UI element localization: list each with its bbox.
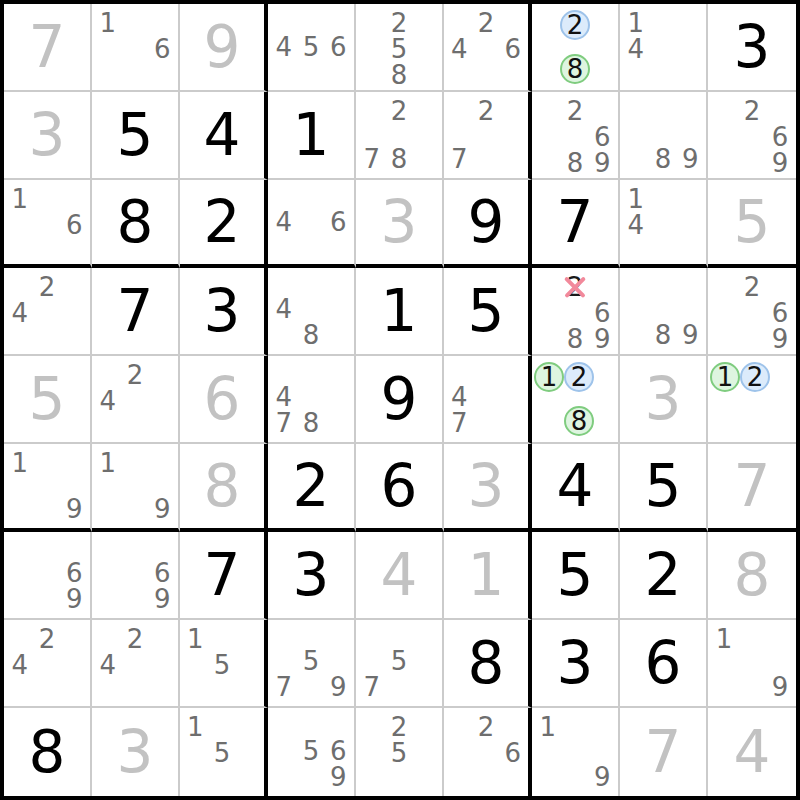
candidate-5[interactable]: 5 bbox=[391, 648, 408, 674]
candidate-1-circled-green[interactable]: 1 bbox=[534, 362, 564, 392]
cell-r3c6[interactable]: 9 bbox=[444, 180, 532, 268]
candidate-2-circled-blue[interactable]: 2 bbox=[740, 362, 770, 392]
candidate-slot-9: 9 bbox=[677, 322, 704, 348]
cell-r7c5[interactable]: 4 bbox=[356, 532, 444, 620]
cell-r3c8[interactable]: 14 bbox=[620, 180, 708, 268]
cell-r5c6[interactable]: 47 bbox=[444, 356, 532, 444]
candidate-1-circled-green[interactable]: 1 bbox=[710, 362, 740, 392]
candidate-slot-9 bbox=[677, 238, 704, 258]
candidate-9[interactable]: 9 bbox=[66, 586, 83, 612]
cell-r9c3[interactable]: 15 bbox=[180, 708, 268, 796]
candidate-slot-5 bbox=[738, 300, 766, 326]
candidate-slot-8: 8 bbox=[297, 322, 324, 348]
candidate-slot-8 bbox=[121, 678, 148, 700]
cell-r7c8[interactable]: 2 bbox=[620, 532, 708, 620]
candidate-4[interactable]: 4 bbox=[99, 652, 116, 678]
cell-r3c2[interactable]: 8 bbox=[92, 180, 180, 268]
candidate-6[interactable]: 6 bbox=[594, 124, 611, 150]
candidate-2[interactable]: 2 bbox=[391, 98, 408, 124]
candidate-4[interactable]: 4 bbox=[99, 388, 116, 414]
candidate-1[interactable]: 1 bbox=[99, 450, 116, 476]
candidate-1[interactable]: 1 bbox=[716, 626, 733, 652]
candidate-6[interactable]: 6 bbox=[504, 36, 521, 62]
cell-r4c6[interactable]: 5 bbox=[444, 268, 532, 356]
candidate-slot-3 bbox=[325, 274, 352, 296]
cell-r1c6[interactable]: 246 bbox=[444, 4, 532, 92]
candidate-slot-9: 9 bbox=[766, 150, 794, 176]
solved-digit: 7 bbox=[4, 4, 90, 90]
candidate-2-circled-blue[interactable]: 2 bbox=[560, 10, 590, 40]
cell-r6c7[interactable]: 4 bbox=[532, 444, 620, 532]
candidate-8-circled-green[interactable]: 8 bbox=[564, 406, 594, 436]
cell-r8c6[interactable]: 8 bbox=[444, 620, 532, 708]
cell-r7c2[interactable]: 69 bbox=[92, 532, 180, 620]
cell-r9c2[interactable]: 3 bbox=[92, 708, 180, 796]
candidate-slot-3 bbox=[413, 10, 440, 36]
candidate-slot-8 bbox=[121, 414, 148, 436]
candidate-slot-2 bbox=[297, 626, 324, 648]
candidate-slot-5 bbox=[561, 124, 588, 150]
candidate-slot-2 bbox=[33, 538, 60, 560]
candidate-slot-7: 7 bbox=[446, 410, 473, 436]
candidate-slot-5 bbox=[564, 392, 594, 406]
candidate-2[interactable]: 2 bbox=[478, 98, 495, 124]
candidate-2[interactable]: 2 bbox=[567, 98, 584, 124]
candidate-4[interactable]: 4 bbox=[275, 296, 292, 322]
candidate-slot-7 bbox=[94, 414, 121, 436]
candidate-grid: 26 bbox=[446, 714, 526, 790]
candidate-slot-8 bbox=[33, 586, 60, 612]
candidate-slot-3 bbox=[677, 10, 704, 36]
cell-r5c5[interactable]: 9 bbox=[356, 356, 444, 444]
candidate-slot-3 bbox=[149, 10, 176, 36]
given-digit: 3 bbox=[708, 4, 796, 90]
candidate-4[interactable]: 4 bbox=[627, 212, 644, 238]
candidate-slot-4: 4 bbox=[622, 36, 649, 62]
cell-r5c2[interactable]: 24 bbox=[92, 356, 180, 444]
cell-r9c8[interactable]: 7 bbox=[620, 708, 708, 796]
candidate-4[interactable]: 4 bbox=[11, 300, 28, 326]
candidate-slot-7 bbox=[270, 60, 297, 84]
candidate-slot-7 bbox=[710, 326, 738, 352]
candidate-slot-2: 2 bbox=[385, 98, 412, 124]
candidate-9[interactable]: 9 bbox=[772, 674, 789, 700]
candidate-5[interactable]: 5 bbox=[391, 740, 408, 766]
candidate-4[interactable]: 4 bbox=[275, 384, 292, 410]
cell-r2c9[interactable]: 269 bbox=[708, 92, 796, 180]
candidate-7[interactable]: 7 bbox=[451, 410, 468, 436]
candidate-7[interactable]: 7 bbox=[275, 674, 292, 700]
candidate-slot-5 bbox=[740, 392, 770, 414]
cell-r5c8[interactable]: 3 bbox=[620, 356, 708, 444]
candidate-9[interactable]: 9 bbox=[66, 496, 83, 522]
candidate-8[interactable]: 8 bbox=[391, 62, 408, 88]
candidate-slot-3 bbox=[589, 714, 616, 740]
candidate-2[interactable]: 2 bbox=[744, 274, 761, 300]
candidate-slot-7 bbox=[358, 62, 385, 88]
cell-r1c1[interactable]: 7 bbox=[4, 4, 92, 92]
solved-digit: 6 bbox=[180, 356, 264, 442]
candidate-slot-4 bbox=[94, 476, 121, 496]
candidate-slot-6 bbox=[677, 122, 704, 146]
candidate-slot-9: 9 bbox=[589, 150, 616, 176]
cell-r5c9[interactable]: 12 bbox=[708, 356, 796, 444]
candidate-slot-4: 4 bbox=[94, 652, 121, 678]
candidate-2-eliminated-x[interactable]: 2 bbox=[567, 274, 584, 300]
candidate-slot-1: 1 bbox=[182, 626, 209, 652]
cell-r4c1[interactable]: 24 bbox=[4, 268, 92, 356]
candidate-slot-9 bbox=[590, 54, 616, 84]
cell-r9c5[interactable]: 25 bbox=[356, 708, 444, 796]
candidate-slot-1: 1 bbox=[94, 10, 121, 36]
candidate-2[interactable]: 2 bbox=[391, 10, 408, 36]
candidate-grid: 12 bbox=[710, 362, 794, 436]
candidate-2[interactable]: 2 bbox=[39, 626, 56, 652]
candidate-4[interactable]: 4 bbox=[627, 36, 644, 62]
cell-r9c4[interactable]: 569 bbox=[268, 708, 356, 796]
solved-digit: 1 bbox=[444, 532, 528, 618]
candidate-slot-2 bbox=[33, 186, 60, 212]
candidate-slot-4 bbox=[710, 392, 740, 414]
candidate-slot-1: 1 bbox=[6, 186, 33, 212]
cell-r4c5[interactable]: 1 bbox=[356, 268, 444, 356]
candidate-grid: 69 bbox=[94, 538, 176, 612]
candidate-1[interactable]: 1 bbox=[99, 10, 116, 36]
candidate-slot-8 bbox=[649, 62, 676, 84]
candidate-slot-3 bbox=[677, 186, 704, 212]
candidate-4[interactable]: 4 bbox=[11, 652, 28, 678]
candidate-slot-5 bbox=[560, 40, 590, 54]
candidate-8[interactable]: 8 bbox=[655, 146, 672, 172]
candidate-slot-2 bbox=[649, 98, 676, 122]
candidate-slot-5: 5 bbox=[297, 34, 324, 60]
candidate-2[interactable]: 2 bbox=[127, 626, 144, 652]
candidate-slot-2: 2 bbox=[385, 714, 412, 740]
candidate-6[interactable]: 6 bbox=[594, 300, 611, 326]
candidate-slot-2: 2 bbox=[561, 98, 588, 124]
cell-r7c7[interactable]: 5 bbox=[532, 532, 620, 620]
cell-r9c7[interactable]: 19 bbox=[532, 708, 620, 796]
candidate-8-circled-green[interactable]: 8 bbox=[560, 54, 590, 84]
candidate-slot-9 bbox=[61, 238, 88, 258]
candidate-2[interactable]: 2 bbox=[39, 274, 56, 300]
candidate-slot-1 bbox=[94, 362, 121, 388]
candidate-9[interactable]: 9 bbox=[154, 496, 171, 522]
candidate-6[interactable]: 6 bbox=[66, 560, 83, 586]
cell-r5c7[interactable]: 128 bbox=[532, 356, 620, 444]
candidate-slot-5: 5 bbox=[385, 36, 412, 62]
candidate-7[interactable]: 7 bbox=[275, 410, 292, 436]
candidate-4[interactable]: 4 bbox=[275, 34, 292, 60]
candidate-9[interactable]: 9 bbox=[594, 326, 611, 352]
candidate-grid: 579 bbox=[270, 626, 352, 700]
candidate-6[interactable]: 6 bbox=[330, 738, 347, 764]
cell-r2c2[interactable]: 5 bbox=[92, 92, 180, 180]
cell-r8c8[interactable]: 6 bbox=[620, 620, 708, 708]
candidate-slot-8 bbox=[561, 764, 588, 790]
candidate-slot-3 bbox=[766, 274, 794, 300]
cell-r8c9[interactable]: 19 bbox=[708, 620, 796, 708]
candidate-1[interactable]: 1 bbox=[187, 714, 204, 740]
candidate-6[interactable]: 6 bbox=[772, 124, 789, 150]
candidate-8[interactable]: 8 bbox=[655, 322, 672, 348]
candidate-slot-9 bbox=[325, 410, 352, 436]
candidate-4[interactable]: 4 bbox=[275, 209, 292, 235]
cell-r3c3[interactable]: 2 bbox=[180, 180, 268, 268]
candidate-slot-3 bbox=[413, 626, 440, 648]
candidate-slot-6 bbox=[235, 652, 262, 678]
candidate-slot-9 bbox=[499, 62, 526, 84]
cell-r4c9[interactable]: 269 bbox=[708, 268, 796, 356]
candidate-9[interactable]: 9 bbox=[682, 322, 699, 348]
candidate-1[interactable]: 1 bbox=[187, 626, 204, 652]
candidate-8[interactable]: 8 bbox=[391, 146, 408, 172]
cell-r5c4[interactable]: 478 bbox=[268, 356, 356, 444]
candidate-slot-6: 6 bbox=[499, 36, 526, 62]
candidate-slot-4: 4 bbox=[6, 300, 33, 326]
cell-r2c7[interactable]: 2689 bbox=[532, 92, 620, 180]
given-digit: 2 bbox=[620, 532, 706, 618]
candidate-slot-7 bbox=[6, 678, 33, 700]
candidate-7[interactable]: 7 bbox=[363, 146, 380, 172]
candidate-slot-5 bbox=[649, 212, 676, 238]
candidate-slot-5 bbox=[121, 388, 148, 414]
candidate-9[interactable]: 9 bbox=[154, 586, 171, 612]
cell-r7c9[interactable]: 8 bbox=[708, 532, 796, 620]
cell-r8c4[interactable]: 579 bbox=[268, 620, 356, 708]
cell-r2c8[interactable]: 89 bbox=[620, 92, 708, 180]
given-digit: 8 bbox=[444, 620, 528, 706]
cell-r6c9[interactable]: 7 bbox=[708, 444, 796, 532]
candidate-5[interactable]: 5 bbox=[391, 36, 408, 62]
candidate-slot-7 bbox=[358, 766, 385, 790]
candidate-slot-4 bbox=[534, 124, 561, 150]
candidate-1[interactable]: 1 bbox=[627, 186, 644, 212]
candidate-slot-7 bbox=[710, 674, 738, 700]
candidate-slot-3 bbox=[325, 626, 352, 648]
candidate-1[interactable]: 1 bbox=[627, 10, 644, 36]
given-digit: 2 bbox=[180, 180, 264, 264]
candidate-slot-2: 2 bbox=[740, 362, 770, 392]
given-digit: 7 bbox=[180, 532, 264, 618]
candidate-slot-8 bbox=[209, 678, 236, 700]
cell-r2c6[interactable]: 27 bbox=[444, 92, 532, 180]
cell-r2c3[interactable]: 4 bbox=[180, 92, 268, 180]
candidate-slot-7 bbox=[534, 764, 561, 790]
candidate-2[interactable]: 2 bbox=[744, 98, 761, 124]
cell-r4c7[interactable]: 2689 bbox=[532, 268, 620, 356]
candidate-slot-1: 1 bbox=[6, 450, 33, 476]
candidate-8[interactable]: 8 bbox=[567, 150, 584, 176]
cell-r5c3[interactable]: 6 bbox=[180, 356, 268, 444]
candidate-6[interactable]: 6 bbox=[154, 36, 171, 62]
cell-r2c1[interactable]: 3 bbox=[4, 92, 92, 180]
cell-r1c8[interactable]: 14 bbox=[620, 4, 708, 92]
candidate-5[interactable]: 5 bbox=[214, 740, 231, 766]
candidate-2[interactable]: 2 bbox=[391, 714, 408, 740]
cell-r7c3[interactable]: 7 bbox=[180, 532, 268, 620]
candidate-slot-8 bbox=[297, 235, 324, 258]
cell-r8c2[interactable]: 24 bbox=[92, 620, 180, 708]
candidate-slot-6 bbox=[594, 392, 616, 406]
candidate-slot-9 bbox=[235, 678, 262, 700]
candidate-slot-7 bbox=[94, 62, 121, 84]
candidate-9[interactable]: 9 bbox=[594, 764, 611, 790]
cell-r6c8[interactable]: 5 bbox=[620, 444, 708, 532]
cell-r6c2[interactable]: 19 bbox=[92, 444, 180, 532]
cell-r6c4[interactable]: 2 bbox=[268, 444, 356, 532]
candidate-slot-9: 9 bbox=[766, 674, 794, 700]
candidate-slot-4: 4 bbox=[94, 388, 121, 414]
candidate-9[interactable]: 9 bbox=[682, 146, 699, 172]
candidate-4[interactable]: 4 bbox=[451, 36, 468, 62]
candidate-1[interactable]: 1 bbox=[11, 186, 28, 212]
cell-r3c9[interactable]: 5 bbox=[708, 180, 796, 268]
candidate-grid: 89 bbox=[622, 98, 704, 172]
candidate-1[interactable]: 1 bbox=[11, 450, 28, 476]
candidate-7[interactable]: 7 bbox=[363, 674, 380, 700]
cell-r3c5[interactable]: 3 bbox=[356, 180, 444, 268]
candidate-grid: 19 bbox=[534, 714, 616, 790]
cell-r7c4[interactable]: 3 bbox=[268, 532, 356, 620]
candidate-slot-4 bbox=[446, 124, 473, 146]
candidate-slot-7 bbox=[622, 146, 649, 172]
candidate-slot-5: 5 bbox=[209, 740, 236, 766]
cell-r1c7[interactable]: 28 bbox=[532, 4, 620, 92]
candidate-slot-2 bbox=[121, 538, 148, 560]
candidate-9[interactable]: 9 bbox=[772, 326, 789, 352]
candidate-2[interactable]: 2 bbox=[478, 10, 495, 36]
candidate-6[interactable]: 6 bbox=[504, 740, 521, 766]
candidate-slot-5 bbox=[297, 296, 324, 322]
cell-r6c6[interactable]: 3 bbox=[444, 444, 532, 532]
cell-r2c5[interactable]: 278 bbox=[356, 92, 444, 180]
candidate-slot-8 bbox=[33, 238, 60, 258]
candidate-1[interactable]: 1 bbox=[539, 714, 556, 740]
cell-r1c5[interactable]: 258 bbox=[356, 4, 444, 92]
candidate-slot-4 bbox=[534, 740, 561, 764]
candidate-6[interactable]: 6 bbox=[330, 209, 347, 235]
candidate-slot-2 bbox=[473, 362, 500, 384]
candidate-9[interactable]: 9 bbox=[594, 150, 611, 176]
candidate-slot-8 bbox=[209, 766, 236, 790]
candidate-grid: 269 bbox=[710, 98, 794, 172]
candidate-grid: 15 bbox=[182, 626, 262, 700]
cell-r4c8[interactable]: 89 bbox=[620, 268, 708, 356]
candidate-8[interactable]: 8 bbox=[567, 326, 584, 352]
cell-r9c1[interactable]: 8 bbox=[4, 708, 92, 796]
candidate-5[interactable]: 5 bbox=[303, 648, 320, 674]
candidate-slot-7 bbox=[446, 62, 473, 84]
candidate-slot-1 bbox=[534, 274, 561, 300]
candidate-slot-2 bbox=[385, 626, 412, 648]
candidate-6[interactable]: 6 bbox=[66, 212, 83, 238]
cell-r3c7[interactable]: 7 bbox=[532, 180, 620, 268]
candidate-5[interactable]: 5 bbox=[303, 738, 320, 764]
candidate-slot-4 bbox=[270, 738, 297, 764]
candidate-slot-3 bbox=[499, 98, 526, 124]
candidate-slot-1 bbox=[446, 714, 473, 740]
candidate-2[interactable]: 2 bbox=[127, 362, 144, 388]
cell-r7c1[interactable]: 69 bbox=[4, 532, 92, 620]
candidate-slot-8 bbox=[33, 678, 60, 700]
candidate-slot-5 bbox=[385, 124, 412, 146]
candidate-slot-4 bbox=[358, 648, 385, 674]
candidate-5[interactable]: 5 bbox=[303, 34, 320, 60]
candidate-2-circled-blue[interactable]: 2 bbox=[564, 362, 594, 392]
cell-r6c1[interactable]: 19 bbox=[4, 444, 92, 532]
candidate-slot-8 bbox=[121, 62, 148, 84]
cell-r8c5[interactable]: 57 bbox=[356, 620, 444, 708]
candidate-6[interactable]: 6 bbox=[330, 34, 347, 60]
cell-r7c6[interactable]: 1 bbox=[444, 532, 532, 620]
candidate-slot-1 bbox=[446, 98, 473, 124]
candidate-2[interactable]: 2 bbox=[478, 714, 495, 740]
candidate-slot-8: 8 bbox=[649, 146, 676, 172]
candidate-slot-1 bbox=[270, 714, 297, 738]
cell-r6c3[interactable]: 8 bbox=[180, 444, 268, 532]
solved-digit: 7 bbox=[708, 444, 796, 528]
candidate-slot-1 bbox=[710, 98, 738, 124]
candidate-grid: 57 bbox=[358, 626, 440, 700]
cell-r6c5[interactable]: 6 bbox=[356, 444, 444, 532]
cell-r9c9[interactable]: 4 bbox=[708, 708, 796, 796]
candidate-slot-3 bbox=[766, 98, 794, 124]
candidate-7[interactable]: 7 bbox=[451, 146, 468, 172]
cell-r1c9[interactable]: 3 bbox=[708, 4, 796, 92]
candidate-slot-5 bbox=[649, 36, 676, 62]
cell-r8c1[interactable]: 24 bbox=[4, 620, 92, 708]
candidate-slot-1 bbox=[534, 10, 560, 40]
candidate-slot-3 bbox=[677, 274, 704, 298]
cell-r8c7[interactable]: 3 bbox=[532, 620, 620, 708]
candidate-slot-3 bbox=[325, 362, 352, 384]
candidate-slot-2 bbox=[121, 10, 148, 36]
cell-r1c2[interactable]: 16 bbox=[92, 4, 180, 92]
cell-r4c4[interactable]: 48 bbox=[268, 268, 356, 356]
cell-r2c4[interactable]: 1 bbox=[268, 92, 356, 180]
candidate-5[interactable]: 5 bbox=[214, 652, 231, 678]
candidate-slot-7 bbox=[534, 326, 561, 352]
cell-r4c3[interactable]: 3 bbox=[180, 268, 268, 356]
candidate-9[interactable]: 9 bbox=[330, 674, 347, 700]
candidate-slot-2: 2 bbox=[564, 362, 594, 392]
cell-r9c6[interactable]: 26 bbox=[444, 708, 532, 796]
cell-r3c1[interactable]: 16 bbox=[4, 180, 92, 268]
candidate-4[interactable]: 4 bbox=[451, 384, 468, 410]
cell-r5c1[interactable]: 5 bbox=[4, 356, 92, 444]
candidate-grid: 246 bbox=[446, 10, 526, 84]
candidate-6[interactable]: 6 bbox=[154, 560, 171, 586]
candidate-grid: 14 bbox=[622, 10, 704, 84]
candidate-8[interactable]: 8 bbox=[303, 410, 320, 436]
candidate-slot-9 bbox=[770, 414, 794, 436]
cell-r1c3[interactable]: 9 bbox=[180, 4, 268, 92]
candidate-9[interactable]: 9 bbox=[330, 764, 347, 790]
candidate-slot-4 bbox=[182, 740, 209, 766]
candidate-slot-9: 9 bbox=[61, 586, 88, 612]
candidate-6[interactable]: 6 bbox=[772, 300, 789, 326]
candidate-slot-1: 1 bbox=[534, 362, 564, 392]
candidate-8[interactable]: 8 bbox=[303, 322, 320, 348]
cell-r3c4[interactable]: 46 bbox=[268, 180, 356, 268]
cell-r4c2[interactable]: 7 bbox=[92, 268, 180, 356]
cell-r1c4[interactable]: 456 bbox=[268, 4, 356, 92]
given-digit: 3 bbox=[268, 532, 354, 618]
cell-r8c3[interactable]: 15 bbox=[180, 620, 268, 708]
candidate-9[interactable]: 9 bbox=[772, 150, 789, 176]
candidate-slot-2: 2 bbox=[473, 98, 500, 124]
